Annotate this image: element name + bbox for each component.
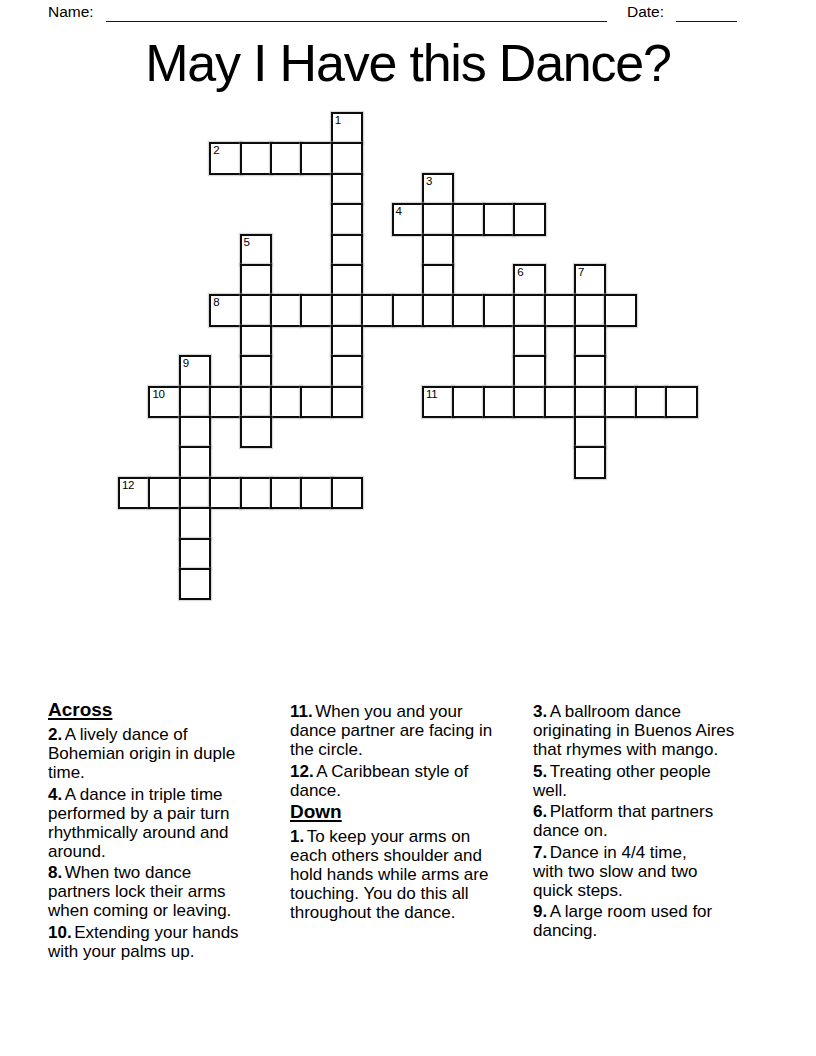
grid-cell-r12-c4[interactable] [240, 477, 272, 509]
grid-cell-r8-c4[interactable] [240, 355, 272, 387]
clue-across-11-text: When you and your dance partner are faci… [290, 702, 492, 759]
grid-cell-r3-c13[interactable] [513, 203, 545, 235]
grid-number-3: 3 [426, 175, 432, 188]
clue-across-10-number: 10. [48, 923, 72, 942]
grid-cell-r7-c4[interactable] [240, 325, 272, 357]
grid-number-7: 7 [578, 266, 584, 279]
clue-down-7: 7.Dance in 4/4 time, with two slow and t… [533, 843, 775, 900]
grid-cell-r9-c11[interactable] [452, 386, 484, 418]
grid-cell-r6-c5[interactable] [270, 294, 302, 326]
clue-across-4-text: A dance in triple time performed by a pa… [48, 785, 229, 861]
clue-down-5-text: Treating other people well. [533, 762, 711, 800]
date-fill-line[interactable] [676, 2, 737, 22]
grid-cell-r5-c10[interactable] [422, 264, 454, 296]
grid-cell-r12-c5[interactable] [270, 477, 302, 509]
clue-across-10-text: Extending your hands with your palms up. [48, 923, 239, 961]
grid-cell-r6-c16[interactable] [604, 294, 636, 326]
grid-cell-r7-c15[interactable] [574, 325, 606, 357]
grid-cell-r9-c3[interactable] [209, 386, 241, 418]
grid-cell-r14-c2[interactable] [179, 538, 211, 570]
clue-across-8-number: 8. [48, 863, 62, 882]
grid-cell-r4-c7[interactable] [331, 234, 363, 266]
grid-cell-r1-c6[interactable] [300, 142, 332, 174]
clue-down-3-text: A ballroom dance originating in Buenos A… [533, 702, 734, 759]
date-label: Date: [627, 2, 664, 21]
grid-cell-r6-c4[interactable] [240, 294, 272, 326]
clue-down-7-text: Dance in 4/4 time, with two slow and two… [533, 843, 697, 900]
grid-number-12: 12 [122, 479, 134, 492]
grid-number-8: 8 [213, 296, 219, 309]
clue-across-8-text: When two dance partners lock their arms … [48, 863, 231, 920]
grid-cell-r6-c9[interactable] [392, 294, 424, 326]
grid-number-4: 4 [396, 205, 402, 218]
grid-cell-r9-c4[interactable] [240, 386, 272, 418]
across-heading: Across [48, 700, 293, 720]
grid-cell-r9-c7[interactable] [331, 386, 363, 418]
grid-cell-r6-c10[interactable] [422, 294, 454, 326]
down-heading: Down [290, 802, 540, 822]
grid-cell-r10-c4[interactable] [240, 416, 272, 448]
name-fill-line[interactable] [106, 2, 607, 22]
grid-cell-r9-c16[interactable] [604, 386, 636, 418]
clue-down-3: 3.A ballroom dance originating in Buenos… [533, 702, 775, 759]
grid-cell-r3-c12[interactable] [483, 203, 515, 235]
grid-cell-r12-c3[interactable] [209, 477, 241, 509]
grid-cell-r12-c7[interactable] [331, 477, 363, 509]
grid-cell-r6-c6[interactable] [300, 294, 332, 326]
grid-cell-r6-c11[interactable] [452, 294, 484, 326]
grid-cell-r2-c10[interactable]: 3 [422, 173, 454, 205]
grid-cell-r1-c4[interactable] [240, 142, 272, 174]
grid-cell-r9-c12[interactable] [483, 386, 515, 418]
grid-cell-r7-c7[interactable] [331, 325, 363, 357]
grid-number-10: 10 [152, 388, 164, 401]
grid-cell-r12-c6[interactable] [300, 477, 332, 509]
grid-cell-r12-c0[interactable]: 12 [118, 477, 150, 509]
grid-cell-r7-c13[interactable] [513, 325, 545, 357]
clue-down-5-number: 5. [533, 762, 547, 781]
clue-across-4: 4.A dance in triple time performed by a … [48, 785, 293, 861]
clue-across-12: 12.A Caribbean style of dance. [290, 762, 540, 800]
grid-cell-r4-c4[interactable]: 5 [240, 234, 272, 266]
clue-down-5: 5.Treating other people well. [533, 762, 775, 800]
clue-down-1: 1.To keep your arms on each others shoul… [290, 827, 540, 922]
grid-cell-r0-c7[interactable]: 1 [331, 112, 363, 144]
grid-cell-r8-c13[interactable] [513, 355, 545, 387]
clue-across-11: 11.When you and your dance partner are f… [290, 702, 540, 759]
grid-cell-r5-c7[interactable] [331, 264, 363, 296]
clue-down-6-text: Platform that partners dance on. [533, 802, 713, 840]
grid-cell-r4-c10[interactable] [422, 234, 454, 266]
grid-cell-r2-c7[interactable] [331, 173, 363, 205]
clue-across-2-text: A lively dance of Bohemian origin in dup… [48, 725, 235, 782]
grid-cell-r9-c1[interactable]: 10 [148, 386, 180, 418]
grid-cell-r3-c9[interactable]: 4 [392, 203, 424, 235]
grid-number-6: 6 [517, 266, 523, 279]
clue-across-8: 8.When two dance partners lock their arm… [48, 863, 293, 920]
clue-down-9-text: A large room used for dancing. [533, 902, 712, 940]
grid-cell-r6-c7[interactable] [331, 294, 363, 326]
grid-cell-r10-c2[interactable] [179, 416, 211, 448]
grid-number-11: 11 [426, 388, 437, 401]
clue-down-9-number: 9. [533, 902, 547, 921]
grid-cell-r6-c15[interactable] [574, 294, 606, 326]
grid-cell-r13-c2[interactable] [179, 507, 211, 539]
grid-cell-r1-c5[interactable] [270, 142, 302, 174]
grid-cell-r3-c10[interactable] [422, 203, 454, 235]
grid-cell-r8-c15[interactable] [574, 355, 606, 387]
grid-cell-r9-c10[interactable]: 11 [422, 386, 454, 418]
grid-cell-r8-c7[interactable] [331, 355, 363, 387]
grid-cell-r3-c7[interactable] [331, 203, 363, 235]
grid-cell-r9-c18[interactable] [665, 386, 697, 418]
grid-cell-r6-c3[interactable]: 8 [209, 294, 241, 326]
clue-down-3-number: 3. [533, 702, 547, 721]
grid-cell-r6-c8[interactable] [361, 294, 393, 326]
crossword-grid: 123456789101112 [118, 112, 698, 602]
grid-cell-r11-c2[interactable] [179, 446, 211, 478]
clue-across-4-number: 4. [48, 785, 62, 804]
worksheet-page: Name: Date: May I Have this Dance? 12345… [0, 0, 816, 1056]
grid-cell-r1-c3[interactable]: 2 [209, 142, 241, 174]
grid-number-2: 2 [213, 144, 219, 157]
grid-cell-r10-c15[interactable] [574, 416, 606, 448]
grid-cell-r6-c14[interactable] [544, 294, 576, 326]
grid-cell-r5-c15[interactable]: 7 [574, 264, 606, 296]
name-label: Name: [48, 2, 94, 21]
clue-down-9: 9.A large room used for dancing. [533, 902, 775, 940]
puzzle-title: May I Have this Dance? [0, 33, 816, 93]
grid-cell-r12-c2[interactable] [179, 477, 211, 509]
grid-cell-r6-c13[interactable] [513, 294, 545, 326]
clue-across-12-text: A Caribbean style of dance. [290, 762, 468, 800]
grid-number-1: 1 [335, 114, 341, 127]
grid-cell-r9-c2[interactable] [179, 386, 211, 418]
clue-across-2: 2.A lively dance of Bohemian origin in d… [48, 725, 293, 782]
grid-cell-r15-c2[interactable] [179, 568, 211, 600]
clue-across-2-number: 2. [48, 725, 62, 744]
grid-number-5: 5 [244, 236, 250, 249]
clue-down-6-number: 6. [533, 802, 547, 821]
grid-cell-r5-c13[interactable]: 6 [513, 264, 545, 296]
grid-cell-r9-c17[interactable] [635, 386, 667, 418]
clue-down-7-number: 7. [533, 843, 547, 862]
grid-cell-r9-c5[interactable] [270, 386, 302, 418]
grid-cell-r9-c14[interactable] [544, 386, 576, 418]
clue-down-1-text: To keep your arms on each others shoulde… [290, 827, 488, 922]
grid-cell-r9-c6[interactable] [300, 386, 332, 418]
clue-across-11-number: 11. [290, 702, 313, 721]
grid-number-9: 9 [183, 357, 189, 370]
grid-cell-r9-c13[interactable] [513, 386, 545, 418]
grid-cell-r5-c4[interactable] [240, 264, 272, 296]
grid-cell-r3-c11[interactable] [452, 203, 484, 235]
clues-column-left: Across 2.A lively dance of Bohemian orig… [48, 700, 293, 963]
grid-cell-r12-c1[interactable] [148, 477, 180, 509]
grid-cell-r1-c7[interactable] [331, 142, 363, 174]
grid-cell-r6-c12[interactable] [483, 294, 515, 326]
clues-column-right: 3.A ballroom dance originating in Buenos… [533, 702, 775, 943]
grid-cell-r11-c15[interactable] [574, 446, 606, 478]
clue-down-1-number: 1. [290, 827, 304, 846]
clue-across-10: 10.Extending your hands with your palms … [48, 923, 293, 961]
clues-column-middle: 11.When you and your dance partner are f… [290, 702, 540, 925]
grid-cell-r9-c15[interactable] [574, 386, 606, 418]
clue-across-12-number: 12. [290, 762, 314, 781]
grid-cell-r8-c2[interactable]: 9 [179, 355, 211, 387]
clue-down-6: 6.Platform that partners dance on. [533, 802, 775, 840]
